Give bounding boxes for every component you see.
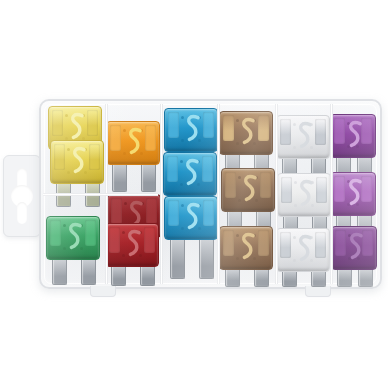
fuse-blue-1-rivet-1 — [181, 116, 184, 119]
fuse-case — [39, 99, 382, 289]
fuse-green-1-rivet-2 — [80, 224, 83, 227]
fuse-blue-2-body — [163, 152, 217, 196]
fuse-clear-3-terminal-right — [315, 232, 326, 258]
fuse-red-2-terminal-right — [144, 227, 155, 253]
fuse-brown-2-terminal-left — [225, 172, 236, 198]
fuse-clear-1-body — [276, 115, 330, 159]
fuse-blue-2-rivet-3 — [180, 183, 183, 186]
fuse-blue-3-rivet-2 — [198, 204, 201, 207]
fuse-purple-1-rivet-2 — [356, 122, 359, 125]
fuse-purple-1-rivet-3 — [347, 145, 350, 148]
fuse-clear-2-terminal-right — [316, 177, 327, 203]
fuse-clear-2-rivet-4 — [311, 204, 314, 207]
fuse-purple-2-rivet-4 — [356, 203, 359, 206]
fuse-purple-3-rivet-4 — [357, 257, 360, 260]
fuse-purple-3 — [331, 226, 377, 286]
fuse-yellow-1-rivet-2 — [82, 114, 85, 117]
fuse-blue-3-terminal-left — [168, 200, 179, 226]
compartment-divider-horizontal — [43, 193, 158, 196]
fuse-brown-3 — [219, 226, 273, 286]
fuse-blue-2-rivet-2 — [197, 160, 200, 163]
fuse-red-1-terminal-right — [146, 198, 157, 224]
fuse-purple-1-terminal-right — [361, 118, 372, 144]
fuse-clear-1-terminal-left — [280, 119, 291, 145]
fuse-clear-1-rivet-4 — [310, 146, 313, 149]
fuse-red-2-body — [105, 223, 159, 267]
fuse-red-2-rivet-1 — [122, 231, 125, 234]
fuse-orange-1 — [106, 121, 160, 191]
fuse-brown-3-leg-right — [254, 268, 269, 287]
fuse-blue-3-rivet-1 — [181, 204, 184, 207]
fuse-red-1-rivet-2 — [141, 202, 144, 205]
fuse-orange-1-rivet-2 — [140, 129, 143, 132]
fuse-blue-2-terminal-left — [167, 156, 178, 182]
fuse-brown-2-rivet-2 — [255, 176, 258, 179]
fuse-red-1-rivet-1 — [124, 202, 127, 205]
fuse-green-1 — [46, 216, 100, 284]
fuse-brown-1-terminal-left — [223, 115, 234, 141]
fuse-purple-3-terminal-left — [335, 230, 346, 256]
compartment-divider-5 — [330, 104, 333, 284]
fuse-blue-3-rivet-4 — [198, 227, 201, 230]
fuse-red-2-leg-right — [140, 265, 155, 286]
fuse-brown-1-body — [219, 111, 273, 155]
fuse-clear-2-body — [277, 173, 331, 217]
fuse-purple-2-rivet-3 — [347, 203, 350, 206]
fuse-brown-3-rivet-2 — [253, 234, 256, 237]
fuse-clear-2-rivet-1 — [294, 181, 297, 184]
fuse-brown-1-rivet-2 — [253, 119, 256, 122]
fuse-purple-3-body — [331, 226, 377, 270]
fuse-blue-3-terminal-right — [203, 200, 214, 226]
fuse-yellow-2-terminal-left — [54, 144, 65, 170]
fuse-purple-2-terminal-right — [361, 176, 372, 202]
fuse-green-1-rivet-1 — [63, 224, 66, 227]
compartment-divider-4 — [275, 104, 278, 284]
fuse-clear-3-rivet-1 — [293, 236, 296, 239]
fuse-yellow-2-body — [50, 140, 104, 184]
fuse-green-1-leg-left — [52, 258, 67, 285]
fuse-blue-2-rivet-4 — [197, 183, 200, 186]
fuse-clear-3-rivet-4 — [310, 259, 313, 262]
fuse-yellow-1-terminal-left — [52, 110, 63, 136]
hang-tab — [3, 155, 41, 237]
fuse-clear-3-rivet-2 — [310, 236, 313, 239]
fuse-purple-3-rivet-1 — [348, 234, 351, 237]
fuse-red-1-terminal-left — [111, 198, 122, 224]
fuse-purple-3-rivet-3 — [348, 257, 351, 260]
fuse-blue-1-rivet-2 — [198, 116, 201, 119]
fuse-yellow-1-terminal-right — [87, 110, 98, 136]
fuse-clear-1-rivet-1 — [293, 123, 296, 126]
fuse-brown-3-body — [219, 226, 273, 270]
fuse-blue-1-terminal-left — [168, 112, 179, 138]
fuse-yellow-2-rivet-4 — [84, 171, 87, 174]
fuse-blue-3-leg-right — [199, 238, 214, 279]
fuse-purple-1-rivet-1 — [347, 122, 350, 125]
fuse-blue-3-rivet-3 — [181, 227, 184, 230]
fuse-clear-3-body — [276, 228, 330, 272]
fuse-yellow-2-rivet-2 — [84, 148, 87, 151]
fuse-green-1-leg-right — [81, 258, 96, 285]
fuse-green-1-body — [46, 216, 100, 260]
fuse-clear-3-rivet-3 — [293, 259, 296, 262]
fuse-orange-1-leg-right — [141, 163, 156, 192]
fuse-brown-1-terminal-right — [258, 115, 269, 141]
fuse-kit-photo — [0, 0, 388, 388]
fuse-yellow-1-rivet-1 — [65, 114, 68, 117]
fuse-blue-1-rivet-4 — [198, 139, 201, 142]
fuse-brown-2-body — [221, 168, 275, 212]
fuse-clear-3-terminal-left — [280, 232, 291, 258]
fuse-brown-1-rivet-4 — [253, 142, 256, 145]
fuse-clear-2-rivet-3 — [294, 204, 297, 207]
fuse-blue-1-terminal-right — [203, 112, 214, 138]
fuse-green-1-rivet-3 — [63, 247, 66, 250]
hang-tab-slot-bottom — [17, 202, 27, 224]
fuse-orange-1-body — [106, 121, 160, 165]
fuse-purple-3-rivet-2 — [357, 234, 360, 237]
fuse-yellow-2 — [50, 140, 104, 206]
fuse-blue-3-leg-left — [170, 238, 185, 279]
fuse-brown-3-leg-left — [225, 268, 240, 287]
fuse-brown-3-terminal-left — [223, 230, 234, 256]
fuse-clear-2-rivet-2 — [311, 181, 314, 184]
fuse-brown-3-terminal-right — [258, 230, 269, 256]
fuse-brown-2-rivet-3 — [238, 199, 241, 202]
fuse-purple-3-leg-left — [337, 268, 352, 287]
fuse-yellow-2-terminal-right — [89, 144, 100, 170]
fuse-purple-2-rivet-2 — [356, 180, 359, 183]
fuse-purple-1-terminal-left — [334, 118, 345, 144]
fuse-purple-2-terminal-left — [334, 176, 345, 202]
fuse-brown-3-rivet-3 — [236, 257, 239, 260]
fuse-blue-3-body — [164, 196, 218, 240]
fuse-brown-2-rivet-4 — [255, 199, 258, 202]
fuse-orange-1-rivet-4 — [140, 152, 143, 155]
fuse-clear-3-leg-left — [282, 270, 297, 287]
fuse-orange-1-terminal-right — [145, 125, 156, 151]
fuse-clear-2-terminal-left — [281, 177, 292, 203]
fuse-purple-2-body — [330, 172, 376, 216]
fuse-purple-1-body — [330, 114, 376, 158]
compartment-divider-3 — [217, 104, 220, 284]
fuse-clear-3-leg-right — [311, 270, 326, 287]
fuse-green-1-terminal-right — [85, 220, 96, 246]
fuse-blue-1-body — [164, 108, 218, 152]
fuse-brown-1-rivet-3 — [236, 142, 239, 145]
fuse-red-2 — [105, 223, 159, 285]
fuse-brown-2-rivet-1 — [238, 176, 241, 179]
fuse-orange-1-leg-left — [112, 163, 127, 192]
fuse-blue-3 — [164, 196, 218, 278]
fuse-clear-1-rivet-2 — [310, 123, 313, 126]
fuse-purple-1-rivet-4 — [356, 145, 359, 148]
fuse-brown-3-rivet-1 — [236, 234, 239, 237]
fuse-red-2-terminal-left — [109, 227, 120, 253]
fuse-yellow-2-rivet-3 — [67, 171, 70, 174]
fuse-clear-3 — [276, 228, 330, 286]
fuse-yellow-2-rivet-1 — [67, 148, 70, 151]
fuse-orange-1-rivet-1 — [123, 129, 126, 132]
fuse-green-1-rivet-4 — [80, 247, 83, 250]
fuse-brown-3-rivet-4 — [253, 257, 256, 260]
fuse-brown-2-terminal-right — [260, 172, 271, 198]
case-foot-2 — [305, 286, 331, 297]
fuse-blue-2-rivet-1 — [180, 160, 183, 163]
fuse-green-1-terminal-left — [50, 220, 61, 246]
fuse-orange-1-rivet-3 — [123, 152, 126, 155]
fuse-brown-1-rivet-1 — [236, 119, 239, 122]
fuse-red-2-leg-left — [111, 265, 126, 286]
fuse-red-2-rivet-4 — [139, 254, 142, 257]
case-foot-1 — [90, 286, 116, 297]
fuse-blue-1-rivet-3 — [181, 139, 184, 142]
fuse-clear-1-terminal-right — [315, 119, 326, 145]
fuse-clear-1-rivet-3 — [293, 146, 296, 149]
fuse-blue-2-terminal-right — [202, 156, 213, 182]
compartment-divider-2 — [160, 104, 163, 284]
fuse-orange-1-terminal-left — [110, 125, 121, 151]
fuse-purple-2-rivet-1 — [347, 180, 350, 183]
fuse-purple-3-terminal-right — [362, 230, 373, 256]
fuse-red-2-rivet-3 — [122, 254, 125, 257]
fuse-purple-3-leg-right — [358, 268, 373, 287]
fuse-red-2-rivet-2 — [139, 231, 142, 234]
